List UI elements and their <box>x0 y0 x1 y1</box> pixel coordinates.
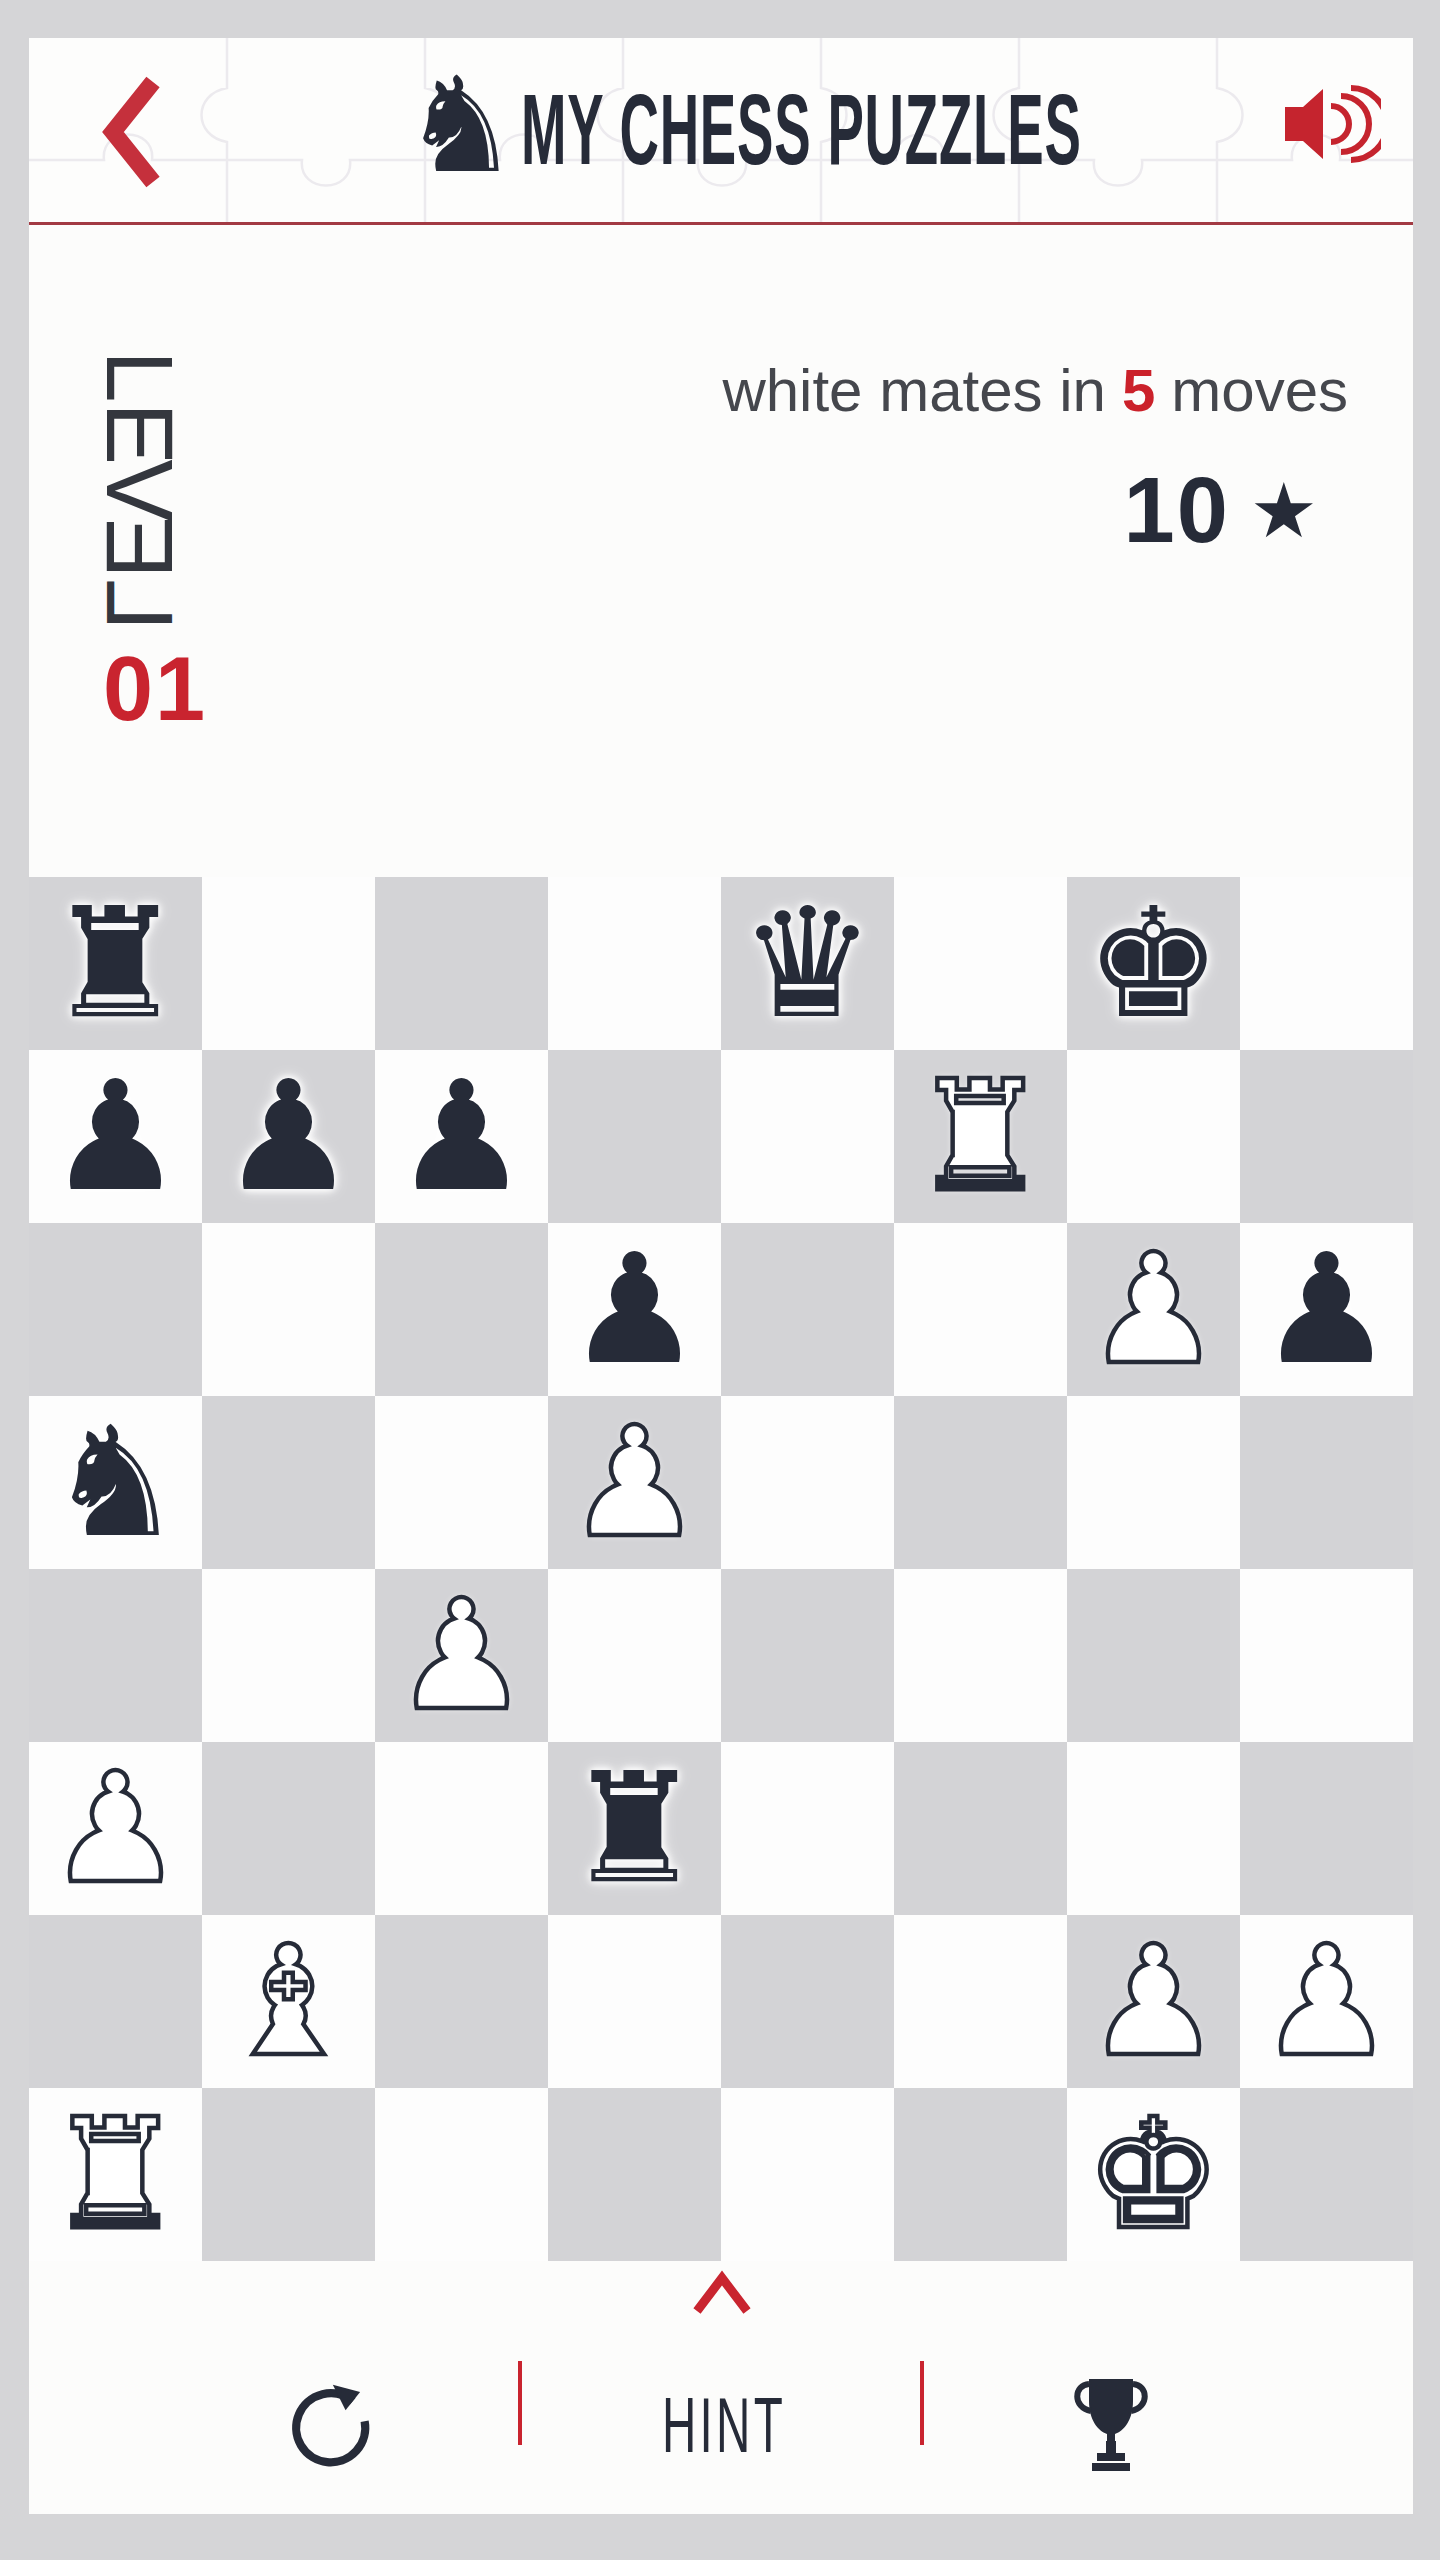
level-label: LEVEL <box>95 348 183 633</box>
square-c5[interactable] <box>375 1396 548 1569</box>
square-d2[interactable] <box>548 1915 721 2088</box>
chevron-up-icon <box>690 2303 754 2318</box>
white-pawn: ♟ <box>566 1396 702 1569</box>
square-f1[interactable] <box>894 2088 1067 2261</box>
footer-divider <box>518 2361 522 2445</box>
square-b1[interactable] <box>202 2088 375 2261</box>
square-d3[interactable]: ♜ <box>548 1742 721 1915</box>
square-g5[interactable] <box>1067 1396 1240 1569</box>
square-h7[interactable] <box>1240 1050 1413 1223</box>
square-c1[interactable] <box>375 2088 548 2261</box>
square-d5[interactable]: ♟ <box>548 1396 721 1569</box>
speaker-icon <box>1281 162 1381 177</box>
white-king: ♚ <box>1085 2088 1221 2261</box>
expand-drawer-button[interactable] <box>690 2269 754 2315</box>
square-b7[interactable]: ♟ <box>202 1050 375 1223</box>
square-f7[interactable]: ♜ <box>894 1050 1067 1223</box>
puzzle-objective: white mates in 5 moves <box>722 356 1348 425</box>
knight-logo-icon: ♞ <box>401 38 521 218</box>
square-a6[interactable] <box>29 1223 202 1396</box>
white-rook: ♜ <box>47 2088 183 2261</box>
square-d7[interactable] <box>548 1050 721 1223</box>
restart-arrow-icon <box>283 2461 379 2476</box>
black-rook: ♜ <box>47 877 183 1050</box>
square-f5[interactable] <box>894 1396 1067 1569</box>
square-h2[interactable]: ♟ <box>1240 1915 1413 2088</box>
square-c4[interactable]: ♟ <box>375 1569 548 1742</box>
black-rook: ♜ <box>566 1742 702 1915</box>
square-b4[interactable] <box>202 1569 375 1742</box>
footer-bar: HINT <box>29 2261 1413 2514</box>
square-g3[interactable] <box>1067 1742 1240 1915</box>
square-e5[interactable] <box>721 1396 894 1569</box>
sound-button[interactable] <box>1281 74 1381 174</box>
square-c6[interactable] <box>375 1223 548 1396</box>
square-e4[interactable] <box>721 1569 894 1742</box>
black-pawn: ♟ <box>1258 1223 1394 1396</box>
square-c7[interactable]: ♟ <box>375 1050 548 1223</box>
app-title: MY CHESS PUZZLES <box>521 38 1082 225</box>
square-f2[interactable] <box>894 1915 1067 2088</box>
square-a4[interactable] <box>29 1569 202 1742</box>
square-g7[interactable] <box>1067 1050 1240 1223</box>
square-b6[interactable] <box>202 1223 375 1396</box>
square-h1[interactable] <box>1240 2088 1413 2261</box>
black-pawn: ♟ <box>220 1050 356 1223</box>
star-icon: ★ <box>1250 473 1318 549</box>
star-count: 10 <box>1124 458 1230 563</box>
square-h8[interactable] <box>1240 877 1413 1050</box>
square-d4[interactable] <box>548 1569 721 1742</box>
white-pawn: ♟ <box>1085 1223 1221 1396</box>
black-pawn: ♟ <box>566 1223 702 1396</box>
square-e2[interactable] <box>721 1915 894 2088</box>
square-f3[interactable] <box>894 1742 1067 1915</box>
app-card: ♞ MY CHESS PUZZLES LEVEL 01 white mates … <box>29 38 1413 2514</box>
square-e8[interactable]: ♛ <box>721 877 894 1050</box>
square-c8[interactable] <box>375 877 548 1050</box>
square-a8[interactable]: ♜ <box>29 877 202 1050</box>
square-e1[interactable] <box>721 2088 894 2261</box>
footer-divider <box>920 2361 924 2445</box>
square-a3[interactable]: ♟ <box>29 1742 202 1915</box>
header: ♞ MY CHESS PUZZLES <box>29 38 1413 225</box>
level-letter: L <box>111 561 168 649</box>
square-h5[interactable] <box>1240 1396 1413 1569</box>
back-chevron-icon <box>95 178 167 193</box>
black-king: ♚ <box>1085 877 1221 1050</box>
square-b2[interactable]: ♝ <box>202 1915 375 2088</box>
black-pawn: ♟ <box>393 1050 529 1223</box>
square-g8[interactable]: ♚ <box>1067 877 1240 1050</box>
white-pawn: ♟ <box>1258 1915 1394 2088</box>
square-f8[interactable] <box>894 877 1067 1050</box>
square-g6[interactable]: ♟ <box>1067 1223 1240 1396</box>
square-c3[interactable] <box>375 1742 548 1915</box>
square-e6[interactable] <box>721 1223 894 1396</box>
square-d1[interactable] <box>548 2088 721 2261</box>
square-a1[interactable]: ♜ <box>29 2088 202 2261</box>
white-rook: ♜ <box>912 1050 1048 1223</box>
white-pawn: ♟ <box>393 1569 529 1742</box>
square-b5[interactable] <box>202 1396 375 1569</box>
square-d6[interactable]: ♟ <box>548 1223 721 1396</box>
chess-board: ♜♛♚♟♟♟♜♟♟♟♞♟♟♟♜♝♟♟♜♚ <box>29 877 1413 2261</box>
trophy-icon <box>1061 2461 1161 2476</box>
trophy-button[interactable] <box>1061 2369 1161 2473</box>
back-button[interactable] <box>95 74 167 190</box>
square-a5[interactable]: ♞ <box>29 1396 202 1569</box>
black-queen: ♛ <box>739 877 875 1050</box>
objective-prefix: white mates in <box>722 356 1106 425</box>
square-g4[interactable] <box>1067 1569 1240 1742</box>
square-f6[interactable] <box>894 1223 1067 1396</box>
square-f4[interactable] <box>894 1569 1067 1742</box>
square-d8[interactable] <box>548 877 721 1050</box>
restart-button[interactable] <box>283 2373 379 2473</box>
white-pawn: ♟ <box>47 1742 183 1915</box>
hint-button[interactable]: HINT <box>581 2363 868 2485</box>
square-a2[interactable] <box>29 1915 202 2088</box>
objective-move-count: 5 <box>1122 356 1155 425</box>
square-h4[interactable] <box>1240 1569 1413 1742</box>
square-a7[interactable]: ♟ <box>29 1050 202 1223</box>
black-pawn: ♟ <box>47 1050 183 1223</box>
square-c2[interactable] <box>375 1915 548 2088</box>
white-pawn: ♟ <box>1085 1915 1221 2088</box>
square-e7[interactable] <box>721 1050 894 1223</box>
square-h6[interactable]: ♟ <box>1240 1223 1413 1396</box>
square-b3[interactable] <box>202 1742 375 1915</box>
star-score: 10 ★ <box>1124 458 1318 563</box>
square-e3[interactable] <box>721 1742 894 1915</box>
level-number: 01 <box>95 638 215 741</box>
objective-suffix: moves <box>1171 356 1348 425</box>
white-bishop: ♝ <box>220 1915 356 2088</box>
square-g1[interactable]: ♚ <box>1067 2088 1240 2261</box>
square-h3[interactable] <box>1240 1742 1413 1915</box>
square-b8[interactable] <box>202 877 375 1050</box>
black-knight: ♞ <box>47 1396 183 1569</box>
square-g2[interactable]: ♟ <box>1067 1915 1240 2088</box>
